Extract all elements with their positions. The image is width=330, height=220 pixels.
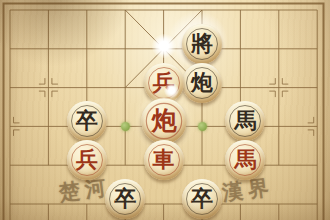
piece-black-horse[interactable]: 馬: [225, 101, 265, 141]
piece-character: 將: [191, 32, 213, 54]
piece-character: 兵: [76, 148, 98, 170]
pieces-layer: 將炮兵卒炮馬兵車馬卒卒: [0, 0, 330, 220]
move-hint-dot[interactable]: [121, 122, 130, 131]
move-hint-dot[interactable]: [198, 122, 207, 131]
piece-character: 馬: [234, 109, 256, 131]
piece-character: 卒: [191, 187, 213, 209]
piece-black-soldier-river-right[interactable]: 卒: [182, 179, 222, 219]
piece-character: 卒: [114, 187, 136, 209]
xiangqi-board[interactable]: 楚河 漢界 將炮兵卒炮馬兵車馬卒卒: [0, 0, 330, 220]
piece-red-cannon[interactable]: 炮: [141, 99, 187, 145]
piece-black-soldier-river-left[interactable]: 卒: [105, 179, 145, 219]
piece-red-soldier-center[interactable]: 兵: [144, 63, 184, 103]
piece-black-soldier-left[interactable]: 卒: [67, 101, 107, 141]
piece-red-chariot[interactable]: 車: [144, 140, 184, 180]
piece-character: 馬: [234, 148, 256, 170]
piece-red-soldier-left[interactable]: 兵: [67, 140, 107, 180]
piece-red-horse[interactable]: 馬: [225, 140, 265, 180]
piece-character: 車: [153, 148, 175, 170]
piece-character: 卒: [76, 109, 98, 131]
piece-character: 炮: [151, 108, 176, 133]
sparkle-effect: [164, 83, 179, 98]
piece-black-cannon[interactable]: 炮: [182, 63, 222, 103]
sparkle-effect: [152, 34, 176, 58]
piece-character: 炮: [191, 71, 213, 93]
piece-black-general[interactable]: 將: [182, 24, 222, 64]
